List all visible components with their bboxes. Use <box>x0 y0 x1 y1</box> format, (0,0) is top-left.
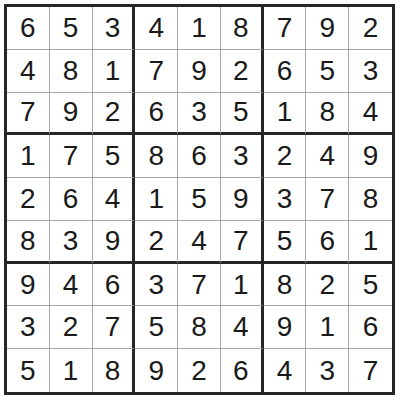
sudoku-cell-r3c7[interactable]: 1 <box>264 93 307 136</box>
sudoku-cell-r8c8[interactable]: 1 <box>306 306 349 349</box>
sudoku-cell-r6c6[interactable]: 7 <box>221 221 264 264</box>
sudoku-cell-r3c9[interactable]: 4 <box>349 93 392 136</box>
sudoku-cell-r7c2[interactable]: 4 <box>50 264 93 307</box>
sudoku-cell-r9c9[interactable]: 7 <box>349 349 392 392</box>
sudoku-cell-r7c6[interactable]: 1 <box>221 264 264 307</box>
sudoku-cell-r9c7[interactable]: 4 <box>264 349 307 392</box>
sudoku-cell-r5c8[interactable]: 7 <box>306 178 349 221</box>
sudoku-cell-r7c1[interactable]: 9 <box>7 264 50 307</box>
sudoku-cell-r2c8[interactable]: 5 <box>306 50 349 93</box>
sudoku-cell-r1c4[interactable]: 4 <box>135 7 178 50</box>
sudoku-cell-r4c4[interactable]: 8 <box>135 135 178 178</box>
sudoku-cell-r2c5[interactable]: 9 <box>178 50 221 93</box>
sudoku-cell-r5c1[interactable]: 2 <box>7 178 50 221</box>
sudoku-cell-r6c5[interactable]: 4 <box>178 221 221 264</box>
sudoku-cell-r5c6[interactable]: 9 <box>221 178 264 221</box>
sudoku-cell-r6c3[interactable]: 9 <box>93 221 136 264</box>
sudoku-cell-r7c4[interactable]: 3 <box>135 264 178 307</box>
sudoku-cell-r8c9[interactable]: 6 <box>349 306 392 349</box>
sudoku-cell-r8c7[interactable]: 9 <box>264 306 307 349</box>
sudoku-cell-r6c7[interactable]: 5 <box>264 221 307 264</box>
sudoku-cell-r4c8[interactable]: 4 <box>306 135 349 178</box>
sudoku-cell-r1c2[interactable]: 5 <box>50 7 93 50</box>
sudoku-cell-r9c4[interactable]: 9 <box>135 349 178 392</box>
sudoku-cell-r7c3[interactable]: 6 <box>93 264 136 307</box>
sudoku-cell-r2c4[interactable]: 7 <box>135 50 178 93</box>
sudoku-cell-r5c5[interactable]: 5 <box>178 178 221 221</box>
sudoku-cell-r3c3[interactable]: 2 <box>93 93 136 136</box>
sudoku-cell-r6c8[interactable]: 6 <box>306 221 349 264</box>
sudoku-cell-r7c5[interactable]: 7 <box>178 264 221 307</box>
sudoku-cell-r6c1[interactable]: 8 <box>7 221 50 264</box>
sudoku-board: 6534187924817926537926351841758632492641… <box>4 4 395 395</box>
sudoku-cell-r1c9[interactable]: 2 <box>349 7 392 50</box>
sudoku-cell-r6c2[interactable]: 3 <box>50 221 93 264</box>
sudoku-cell-r7c8[interactable]: 2 <box>306 264 349 307</box>
sudoku-cell-r6c4[interactable]: 2 <box>135 221 178 264</box>
sudoku-cell-r8c1[interactable]: 3 <box>7 306 50 349</box>
sudoku-cell-r9c2[interactable]: 1 <box>50 349 93 392</box>
sudoku-cell-r2c3[interactable]: 1 <box>93 50 136 93</box>
sudoku-cell-r9c5[interactable]: 2 <box>178 349 221 392</box>
sudoku-cell-r4c7[interactable]: 2 <box>264 135 307 178</box>
sudoku-cell-r2c6[interactable]: 2 <box>221 50 264 93</box>
sudoku-cell-r8c3[interactable]: 7 <box>93 306 136 349</box>
sudoku-cell-r4c3[interactable]: 5 <box>93 135 136 178</box>
sudoku-cell-r8c2[interactable]: 2 <box>50 306 93 349</box>
sudoku-cell-r2c9[interactable]: 3 <box>349 50 392 93</box>
sudoku-cell-r3c2[interactable]: 9 <box>50 93 93 136</box>
sudoku-cell-r1c7[interactable]: 7 <box>264 7 307 50</box>
sudoku-cell-r9c6[interactable]: 6 <box>221 349 264 392</box>
sudoku-cell-r8c4[interactable]: 5 <box>135 306 178 349</box>
sudoku-cell-r2c7[interactable]: 6 <box>264 50 307 93</box>
sudoku-cell-r1c6[interactable]: 8 <box>221 7 264 50</box>
sudoku-cell-r2c2[interactable]: 8 <box>50 50 93 93</box>
sudoku-cell-r1c8[interactable]: 9 <box>306 7 349 50</box>
sudoku-cell-r1c5[interactable]: 1 <box>178 7 221 50</box>
sudoku-cell-r1c3[interactable]: 3 <box>93 7 136 50</box>
sudoku-cell-r5c7[interactable]: 3 <box>264 178 307 221</box>
sudoku-cell-r4c2[interactable]: 7 <box>50 135 93 178</box>
sudoku-cell-r9c3[interactable]: 8 <box>93 349 136 392</box>
sudoku-cell-r6c9[interactable]: 1 <box>349 221 392 264</box>
sudoku-cell-r9c8[interactable]: 3 <box>306 349 349 392</box>
sudoku-cell-r2c1[interactable]: 4 <box>7 50 50 93</box>
sudoku-cell-r4c1[interactable]: 1 <box>7 135 50 178</box>
sudoku-cell-r4c5[interactable]: 6 <box>178 135 221 178</box>
sudoku-cell-r5c4[interactable]: 1 <box>135 178 178 221</box>
sudoku-cell-r8c5[interactable]: 8 <box>178 306 221 349</box>
sudoku-cell-r3c6[interactable]: 5 <box>221 93 264 136</box>
sudoku-cell-r4c6[interactable]: 3 <box>221 135 264 178</box>
sudoku-cell-r1c1[interactable]: 6 <box>7 7 50 50</box>
sudoku-cell-r7c9[interactable]: 5 <box>349 264 392 307</box>
sudoku-cell-r5c9[interactable]: 8 <box>349 178 392 221</box>
sudoku-cell-r8c6[interactable]: 4 <box>221 306 264 349</box>
sudoku-cell-r7c7[interactable]: 8 <box>264 264 307 307</box>
sudoku-cell-r3c1[interactable]: 7 <box>7 93 50 136</box>
sudoku-cell-r9c1[interactable]: 5 <box>7 349 50 392</box>
sudoku-cell-r3c5[interactable]: 3 <box>178 93 221 136</box>
sudoku-cell-r3c4[interactable]: 6 <box>135 93 178 136</box>
sudoku-cell-r5c3[interactable]: 4 <box>93 178 136 221</box>
sudoku-cell-r3c8[interactable]: 8 <box>306 93 349 136</box>
sudoku-cell-r5c2[interactable]: 6 <box>50 178 93 221</box>
sudoku-cell-r4c9[interactable]: 9 <box>349 135 392 178</box>
